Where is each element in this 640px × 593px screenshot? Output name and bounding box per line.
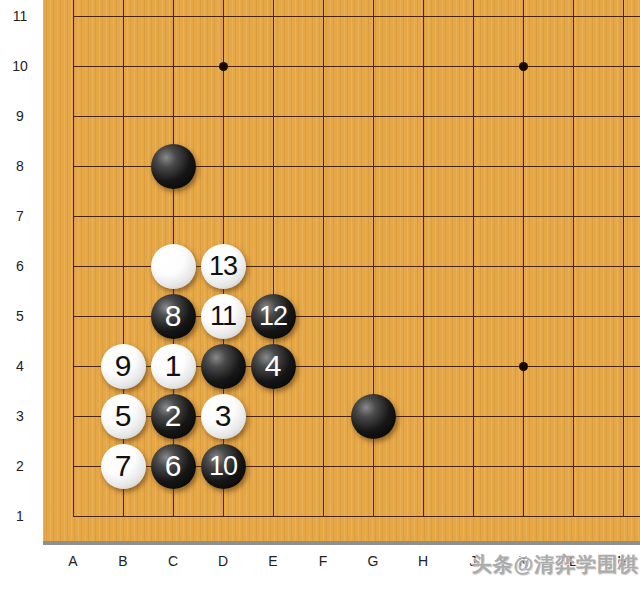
intersection-M5[interactable] (598, 291, 640, 341)
grid-line-v (73, 41, 74, 91)
intersection-F9[interactable] (298, 91, 348, 141)
row-label-3: 3 (4, 407, 36, 425)
intersection-A8[interactable] (48, 141, 98, 191)
board-grid: 13811129145237610 (48, 0, 640, 541)
grid-line-v (323, 491, 324, 516)
grid-line-v (273, 491, 274, 516)
intersection-G1[interactable] (348, 491, 398, 541)
grid-line-v (273, 241, 274, 291)
intersection-C2[interactable]: 6 (148, 441, 198, 491)
grid-line-h (598, 416, 640, 417)
grid-line-v (623, 441, 624, 491)
white-stone-C6 (151, 244, 196, 289)
intersection-B7[interactable] (98, 191, 148, 241)
intersection-J3[interactable] (448, 391, 498, 441)
grid-line-v (323, 391, 324, 441)
grid-line-v (423, 191, 424, 241)
intersection-H10[interactable] (398, 41, 448, 91)
intersection-A10[interactable] (48, 41, 98, 91)
intersection-F3[interactable] (298, 391, 348, 441)
intersection-J1[interactable] (448, 491, 498, 541)
black-stone-G3 (351, 394, 396, 439)
grid-line-v (173, 91, 174, 141)
intersection-A1[interactable] (48, 491, 98, 541)
intersection-L4[interactable] (548, 341, 598, 391)
grid-line-v (473, 0, 474, 41)
intersection-E7[interactable] (248, 191, 298, 241)
grid-line-v (623, 291, 624, 341)
grid-line-v (73, 391, 74, 441)
intersection-F8[interactable] (298, 141, 348, 191)
intersection-D9[interactable] (198, 91, 248, 141)
grid-line-h (73, 66, 98, 67)
grid-line-h (598, 316, 640, 317)
intersection-M4[interactable] (598, 341, 640, 391)
grid-line-v (173, 491, 174, 516)
grid-line-v (523, 391, 524, 441)
row-label-7: 7 (4, 207, 36, 225)
intersection-J8[interactable] (448, 141, 498, 191)
move-number: 9 (115, 351, 132, 381)
grid-line-v (473, 391, 474, 441)
intersection-H9[interactable] (398, 91, 448, 141)
grid-line-v (523, 491, 524, 516)
grid-line-h (598, 66, 640, 67)
grid-line-h (73, 366, 98, 367)
grid-line-v (423, 91, 424, 141)
grid-line-v (623, 91, 624, 141)
intersection-L10[interactable] (548, 41, 598, 91)
intersection-A9[interactable] (48, 91, 98, 141)
black-stone-C5: 8 (151, 294, 196, 339)
col-label-E: E (258, 553, 288, 569)
move-number: 8 (165, 301, 182, 331)
intersection-B10[interactable] (98, 41, 148, 91)
grid-line-v (573, 241, 574, 291)
grid-line-v (473, 191, 474, 241)
intersection-B9[interactable] (98, 91, 148, 141)
intersection-E4[interactable]: 4 (248, 341, 298, 391)
intersection-A6[interactable] (48, 241, 98, 291)
black-stone-E5: 12 (251, 294, 296, 339)
grid-line-v (273, 391, 274, 441)
row-label-6: 6 (4, 257, 36, 275)
grid-line-v (523, 291, 524, 341)
white-stone-B2: 7 (101, 444, 146, 489)
move-number: 5 (115, 401, 132, 431)
intersection-D10[interactable] (198, 41, 248, 91)
intersection-K1[interactable] (498, 491, 548, 541)
intersection-E10[interactable] (248, 41, 298, 91)
intersection-J9[interactable] (448, 91, 498, 141)
grid-line-v (473, 141, 474, 191)
intersection-J7[interactable] (448, 191, 498, 241)
intersection-C3[interactable]: 2 (148, 391, 198, 441)
intersection-B2[interactable]: 7 (98, 441, 148, 491)
intersection-F4[interactable] (298, 341, 348, 391)
grid-line-v (473, 91, 474, 141)
intersection-G5[interactable] (348, 291, 398, 341)
grid-line-v (523, 141, 524, 191)
row-label-4: 4 (4, 357, 36, 375)
black-stone-D2: 10 (201, 444, 246, 489)
grid-line-v (323, 341, 324, 391)
grid-line-v (373, 0, 374, 41)
grid-line-v (123, 291, 124, 341)
move-number: 2 (165, 401, 182, 431)
grid-line-v (323, 241, 324, 291)
intersection-B4[interactable]: 9 (98, 341, 148, 391)
intersection-K7[interactable] (498, 191, 548, 241)
col-label-G: G (358, 553, 388, 569)
intersection-K3[interactable] (498, 391, 548, 441)
move-number: 13 (209, 253, 237, 280)
grid-line-h (598, 16, 640, 17)
grid-line-h (73, 16, 98, 17)
row-label-10: 10 (4, 57, 36, 75)
star-point-D10 (219, 62, 228, 71)
grid-line-v (273, 141, 274, 191)
grid-line-h (73, 516, 98, 517)
grid-line-v (473, 241, 474, 291)
grid-line-v (623, 41, 624, 91)
intersection-F11[interactable] (298, 0, 348, 41)
intersection-D7[interactable] (198, 191, 248, 241)
row-label-9: 9 (4, 107, 36, 125)
intersection-B1[interactable] (98, 491, 148, 541)
intersection-K8[interactable] (498, 141, 548, 191)
grid-line-v (73, 341, 74, 391)
grid-line-h (73, 466, 98, 467)
intersection-D1[interactable] (198, 491, 248, 541)
intersection-F1[interactable] (298, 491, 348, 541)
grid-line-v (123, 191, 124, 241)
intersection-K6[interactable] (498, 241, 548, 291)
intersection-L3[interactable] (548, 391, 598, 441)
grid-line-v (373, 341, 374, 391)
intersection-L7[interactable] (548, 191, 598, 241)
row-label-1: 1 (4, 507, 36, 525)
grid-line-v (573, 341, 574, 391)
intersection-E6[interactable] (248, 241, 298, 291)
intersection-E1[interactable] (248, 491, 298, 541)
grid-line-h (598, 366, 640, 367)
star-point-K4 (519, 362, 528, 371)
intersection-E11[interactable] (248, 0, 298, 41)
black-stone-C8 (151, 144, 196, 189)
intersection-M1[interactable] (598, 491, 640, 541)
intersection-L1[interactable] (548, 491, 598, 541)
col-label-A: A (58, 553, 88, 569)
grid-line-v (273, 41, 274, 91)
intersection-L6[interactable] (548, 241, 598, 291)
grid-line-v (373, 91, 374, 141)
grid-line-v (473, 491, 474, 516)
intersection-K11[interactable] (498, 0, 548, 41)
intersection-A5[interactable] (48, 291, 98, 341)
intersection-G9[interactable] (348, 91, 398, 141)
intersection-J11[interactable] (448, 0, 498, 41)
intersection-F7[interactable] (298, 191, 348, 241)
intersection-H1[interactable] (398, 491, 448, 541)
intersection-C8[interactable] (148, 141, 198, 191)
intersection-L11[interactable] (548, 0, 598, 41)
grid-line-v (573, 41, 574, 91)
grid-line-v (473, 41, 474, 91)
grid-line-v (473, 441, 474, 491)
watermark: 头条@清弈学围棋 (471, 551, 639, 578)
intersection-E8[interactable] (248, 141, 298, 191)
grid-line-v (623, 391, 624, 441)
move-number: 12 (259, 303, 287, 330)
grid-line-v (173, 0, 174, 41)
intersection-F10[interactable] (298, 41, 348, 91)
grid-line-v (373, 491, 374, 516)
grid-line-v (423, 441, 424, 491)
intersection-A7[interactable] (48, 191, 98, 241)
white-stone-C4: 1 (151, 344, 196, 389)
grid-line-v (573, 191, 574, 241)
grid-line-v (623, 341, 624, 391)
intersection-M3[interactable] (598, 391, 640, 441)
intersection-M6[interactable] (598, 241, 640, 291)
grid-line-v (123, 0, 124, 41)
intersection-C11[interactable] (148, 0, 198, 41)
col-label-D: D (208, 553, 238, 569)
intersection-F6[interactable] (298, 241, 348, 291)
grid-line-h (598, 166, 640, 167)
intersection-H6[interactable] (398, 241, 448, 291)
intersection-M2[interactable] (598, 441, 640, 491)
intersection-G3[interactable] (348, 391, 398, 441)
intersection-D5[interactable]: 11 (198, 291, 248, 341)
grid-line-h (73, 216, 98, 217)
grid-line-v (123, 491, 124, 516)
grid-line-v (173, 41, 174, 91)
intersection-G4[interactable] (348, 341, 398, 391)
intersection-E5[interactable]: 12 (248, 291, 298, 341)
intersection-L8[interactable] (548, 141, 598, 191)
intersection-D11[interactable] (198, 0, 248, 41)
grid-line-v (573, 491, 574, 516)
grid-line-v (73, 441, 74, 491)
grid-line-v (473, 341, 474, 391)
grid-line-v (273, 91, 274, 141)
intersection-M11[interactable] (598, 0, 640, 41)
intersection-B8[interactable] (98, 141, 148, 191)
intersection-C1[interactable] (148, 491, 198, 541)
grid-line-v (423, 391, 424, 441)
intersection-M10[interactable] (598, 41, 640, 91)
row-label-8: 8 (4, 157, 36, 175)
grid-line-v (323, 141, 324, 191)
move-number: 4 (265, 351, 282, 381)
grid-line-v (323, 191, 324, 241)
grid-line-v (623, 141, 624, 191)
intersection-C5[interactable]: 8 (148, 291, 198, 341)
black-stone-D4 (201, 344, 246, 389)
grid-line-v (223, 491, 224, 516)
grid-line-h (598, 516, 640, 517)
intersection-H2[interactable] (398, 441, 448, 491)
intersection-G11[interactable] (348, 0, 398, 41)
grid-line-v (523, 0, 524, 41)
intersection-H3[interactable] (398, 391, 448, 441)
intersection-D6[interactable]: 13 (198, 241, 248, 291)
intersection-D8[interactable] (198, 141, 248, 191)
grid-line-v (273, 191, 274, 241)
black-stone-C2: 6 (151, 444, 196, 489)
intersection-D2[interactable]: 10 (198, 441, 248, 491)
col-label-B: B (108, 553, 138, 569)
grid-line-v (423, 41, 424, 91)
grid-line-v (123, 141, 124, 191)
intersection-F5[interactable] (298, 291, 348, 341)
grid-line-h (73, 166, 98, 167)
intersection-A4[interactable] (48, 341, 98, 391)
grid-line-v (73, 241, 74, 291)
grid-line-v (373, 141, 374, 191)
move-number: 11 (210, 303, 236, 330)
grid-line-h (73, 116, 98, 117)
intersection-J10[interactable] (448, 41, 498, 91)
intersection-L9[interactable] (548, 91, 598, 141)
intersection-H7[interactable] (398, 191, 448, 241)
move-number: 10 (209, 453, 237, 480)
intersection-C6[interactable] (148, 241, 198, 291)
grid-line-v (123, 41, 124, 91)
white-stone-D6: 13 (201, 244, 246, 289)
intersection-E2[interactable] (248, 441, 298, 491)
move-number: 6 (165, 451, 182, 481)
grid-line-v (323, 0, 324, 41)
grid-line-v (423, 341, 424, 391)
intersection-A3[interactable] (48, 391, 98, 441)
grid-line-v (373, 191, 374, 241)
grid-line-v (73, 491, 74, 516)
intersection-M8[interactable] (598, 141, 640, 191)
grid-line-v (423, 0, 424, 41)
intersection-G10[interactable] (348, 41, 398, 91)
move-number: 7 (115, 451, 132, 481)
grid-line-v (573, 91, 574, 141)
intersection-K5[interactable] (498, 291, 548, 341)
grid-line-v (573, 141, 574, 191)
intersection-G8[interactable] (348, 141, 398, 191)
grid-line-h (598, 216, 640, 217)
grid-line-h (598, 116, 640, 117)
go-diagram: 13811129145237610 1110987654321ABCDEFGHJ… (0, 0, 640, 593)
star-point-K10 (519, 62, 528, 71)
intersection-B6[interactable] (98, 241, 148, 291)
grid-line-v (323, 41, 324, 91)
grid-line-v (73, 141, 74, 191)
grid-line-v (323, 291, 324, 341)
intersection-B11[interactable] (98, 0, 148, 41)
grid-line-v (323, 91, 324, 141)
intersection-H8[interactable] (398, 141, 448, 191)
black-stone-C3: 2 (151, 394, 196, 439)
intersection-A11[interactable] (48, 0, 98, 41)
intersection-C9[interactable] (148, 91, 198, 141)
intersection-K10[interactable] (498, 41, 548, 91)
move-number: 1 (165, 351, 182, 381)
grid-line-v (73, 191, 74, 241)
row-label-2: 2 (4, 457, 36, 475)
intersection-K4[interactable] (498, 341, 548, 391)
grid-line-h (598, 466, 640, 467)
intersection-D4[interactable] (198, 341, 248, 391)
intersection-G7[interactable] (348, 191, 398, 241)
grid-line-v (523, 441, 524, 491)
grid-line-v (423, 141, 424, 191)
intersection-C10[interactable] (148, 41, 198, 91)
intersection-E9[interactable] (248, 91, 298, 141)
intersection-D3[interactable]: 3 (198, 391, 248, 441)
grid-line-v (323, 441, 324, 491)
intersection-M7[interactable] (598, 191, 640, 241)
grid-line-v (223, 191, 224, 241)
grid-line-h (73, 266, 98, 267)
intersection-K2[interactable] (498, 441, 548, 491)
grid-line-h (73, 316, 98, 317)
grid-line-v (373, 41, 374, 91)
intersection-L2[interactable] (548, 441, 598, 491)
grid-line-v (423, 241, 424, 291)
grid-line-v (573, 391, 574, 441)
intersection-E3[interactable] (248, 391, 298, 441)
intersection-B3[interactable]: 5 (98, 391, 148, 441)
white-stone-B4: 9 (101, 344, 146, 389)
row-label-11: 11 (4, 7, 36, 25)
intersection-C4[interactable]: 1 (148, 341, 198, 391)
grid-line-v (173, 191, 174, 241)
white-stone-D3: 3 (201, 394, 246, 439)
grid-line-h (598, 266, 640, 267)
grid-line-v (523, 191, 524, 241)
grid-line-v (523, 241, 524, 291)
intersection-H5[interactable] (398, 291, 448, 341)
intersection-J4[interactable] (448, 341, 498, 391)
grid-line-v (73, 91, 74, 141)
intersection-F2[interactable] (298, 441, 348, 491)
intersection-J5[interactable] (448, 291, 498, 341)
move-number: 3 (215, 401, 232, 431)
intersection-G2[interactable] (348, 441, 398, 491)
grid-line-v (223, 91, 224, 141)
intersection-A2[interactable] (48, 441, 98, 491)
intersection-K9[interactable] (498, 91, 548, 141)
intersection-H11[interactable] (398, 0, 448, 41)
grid-line-v (523, 91, 524, 141)
intersection-J6[interactable] (448, 241, 498, 291)
col-label-H: H (408, 553, 438, 569)
intersection-H4[interactable] (398, 341, 448, 391)
black-stone-E4: 4 (251, 344, 296, 389)
intersection-C7[interactable] (148, 191, 198, 241)
intersection-B5[interactable] (98, 291, 148, 341)
grid-line-h (73, 416, 98, 417)
intersection-L5[interactable] (548, 291, 598, 341)
row-label-5: 5 (4, 307, 36, 325)
col-label-F: F (308, 553, 338, 569)
grid-line-v (573, 291, 574, 341)
grid-line-v (73, 291, 74, 341)
intersection-J2[interactable] (448, 441, 498, 491)
intersection-G6[interactable] (348, 241, 398, 291)
white-stone-D5: 11 (201, 294, 246, 339)
intersection-M9[interactable] (598, 91, 640, 141)
